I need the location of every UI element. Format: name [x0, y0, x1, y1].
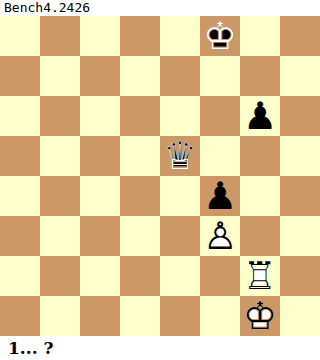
piece-black-pawn[interactable]: ♟ — [240, 96, 280, 136]
square-c5[interactable] — [80, 136, 120, 176]
square-d3[interactable] — [120, 216, 160, 256]
square-c8[interactable] — [80, 16, 120, 56]
square-d6[interactable] — [120, 96, 160, 136]
square-f7[interactable] — [200, 56, 240, 96]
piece-white-king[interactable]: ♚ — [240, 296, 280, 336]
square-f3[interactable]: ♟♙ — [200, 216, 240, 256]
square-b4[interactable] — [40, 176, 80, 216]
square-f1[interactable] — [200, 296, 240, 336]
square-d2[interactable] — [120, 256, 160, 296]
square-a1[interactable] — [0, 296, 40, 336]
square-f8[interactable]: ♚♔ — [200, 16, 240, 56]
chess-app-window: Bench4.2426 ♚♔♟♛♕♟♟♙♜♖♚♔ 1... ? — [0, 0, 320, 360]
square-a4[interactable] — [0, 176, 40, 216]
square-g7[interactable] — [240, 56, 280, 96]
piece-white-king-detail: ♔ — [240, 296, 280, 336]
square-g6[interactable]: ♟ — [240, 96, 280, 136]
window-title: Bench4.2426 — [4, 0, 90, 16]
square-h4[interactable] — [280, 176, 320, 216]
square-h7[interactable] — [280, 56, 320, 96]
square-f5[interactable] — [200, 136, 240, 176]
piece-black-king[interactable]: ♚ — [200, 16, 240, 56]
move-prompt: 1... ? — [8, 336, 53, 360]
square-b6[interactable] — [40, 96, 80, 136]
piece-black-king-detail: ♔ — [200, 16, 240, 56]
square-b8[interactable] — [40, 16, 80, 56]
square-c6[interactable] — [80, 96, 120, 136]
square-e3[interactable] — [160, 216, 200, 256]
square-f6[interactable] — [200, 96, 240, 136]
status-bar: 1... ? — [0, 336, 320, 360]
square-e5[interactable]: ♛♕ — [160, 136, 200, 176]
piece-black-queen-detail: ♕ — [160, 136, 200, 176]
square-f4[interactable]: ♟ — [200, 176, 240, 216]
square-a5[interactable] — [0, 136, 40, 176]
square-h6[interactable] — [280, 96, 320, 136]
piece-white-rook-detail: ♖ — [240, 256, 280, 296]
square-e8[interactable] — [160, 16, 200, 56]
square-c1[interactable] — [80, 296, 120, 336]
square-b3[interactable] — [40, 216, 80, 256]
square-g4[interactable] — [240, 176, 280, 216]
piece-black-queen[interactable]: ♛ — [160, 136, 200, 176]
square-d7[interactable] — [120, 56, 160, 96]
chess-board: ♚♔♟♛♕♟♟♙♜♖♚♔ — [0, 16, 320, 336]
square-h1[interactable] — [280, 296, 320, 336]
square-a8[interactable] — [0, 16, 40, 56]
square-g3[interactable] — [240, 216, 280, 256]
square-b5[interactable] — [40, 136, 80, 176]
square-c4[interactable] — [80, 176, 120, 216]
square-a3[interactable] — [0, 216, 40, 256]
square-d4[interactable] — [120, 176, 160, 216]
square-c7[interactable] — [80, 56, 120, 96]
square-g8[interactable] — [240, 16, 280, 56]
square-h3[interactable] — [280, 216, 320, 256]
square-f2[interactable] — [200, 256, 240, 296]
piece-black-pawn[interactable]: ♟ — [200, 176, 240, 216]
piece-white-rook[interactable]: ♜ — [240, 256, 280, 296]
square-a7[interactable] — [0, 56, 40, 96]
square-d1[interactable] — [120, 296, 160, 336]
square-d8[interactable] — [120, 16, 160, 56]
square-e6[interactable] — [160, 96, 200, 136]
piece-white-pawn[interactable]: ♟ — [200, 216, 240, 256]
square-b1[interactable] — [40, 296, 80, 336]
square-a2[interactable] — [0, 256, 40, 296]
square-c2[interactable] — [80, 256, 120, 296]
square-b7[interactable] — [40, 56, 80, 96]
square-h8[interactable] — [280, 16, 320, 56]
piece-white-pawn-detail: ♙ — [200, 216, 240, 256]
square-g1[interactable]: ♚♔ — [240, 296, 280, 336]
square-h5[interactable] — [280, 136, 320, 176]
square-a6[interactable] — [0, 96, 40, 136]
square-h2[interactable] — [280, 256, 320, 296]
square-g5[interactable] — [240, 136, 280, 176]
square-e1[interactable] — [160, 296, 200, 336]
square-c3[interactable] — [80, 216, 120, 256]
square-e2[interactable] — [160, 256, 200, 296]
title-bar: Bench4.2426 — [0, 0, 320, 16]
square-g2[interactable]: ♜♖ — [240, 256, 280, 296]
square-b2[interactable] — [40, 256, 80, 296]
square-d5[interactable] — [120, 136, 160, 176]
square-e4[interactable] — [160, 176, 200, 216]
square-e7[interactable] — [160, 56, 200, 96]
